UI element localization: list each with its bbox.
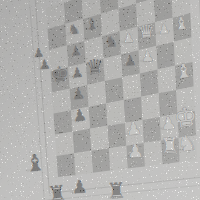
square-h6[interactable] xyxy=(91,148,110,173)
square-f5[interactable] xyxy=(106,100,125,126)
piece-white-queen-c3[interactable]: ♛ xyxy=(138,20,156,42)
piece-black-knight-b7[interactable]: ♞ xyxy=(67,20,81,37)
square-g7[interactable] xyxy=(73,129,92,154)
captured-black-rook-5[interactable]: ♜ xyxy=(106,177,127,200)
piece-black-king-d8[interactable]: ♚ xyxy=(49,62,69,87)
square-e5[interactable] xyxy=(105,77,124,103)
piece-white-pawn-h4[interactable]: ♟ xyxy=(127,140,144,162)
piece-black-pawn-e7[interactable]: ♟ xyxy=(71,85,86,104)
square-g5[interactable] xyxy=(107,123,126,148)
square-e4[interactable] xyxy=(122,73,141,100)
piece-black-pawn-f7[interactable]: ♟ xyxy=(72,105,89,126)
piece-black-queen-d6[interactable]: ♛ xyxy=(85,54,105,79)
piece-white-knight-h1[interactable]: ♞ xyxy=(176,129,198,156)
piece-black-knight-c5[interactable]: ♞ xyxy=(104,32,118,51)
square-h8[interactable] xyxy=(57,153,76,177)
chessboard-photo: ♚♛♜♝♝♞♟♟♟♟♟♟♚♛♝♞♞♟♟♟♟♟♟♟♝♜♟♜ xyxy=(0,0,200,200)
square-d2[interactable] xyxy=(156,42,175,70)
square-e3[interactable] xyxy=(140,70,159,97)
piece-white-pawn-g4[interactable]: ♟ xyxy=(125,118,143,140)
square-g8[interactable] xyxy=(55,132,74,156)
square-f8[interactable] xyxy=(54,110,73,135)
piece-white-pawn-c4[interactable]: ♟ xyxy=(123,30,136,46)
piece-white-bishop-e1[interactable]: ♝ xyxy=(174,59,193,83)
piece-black-pawn-c7[interactable]: ♟ xyxy=(70,43,83,59)
captured-black-pawn-4[interactable]: ♟ xyxy=(71,176,88,198)
square-e8[interactable] xyxy=(52,89,71,114)
square-e6[interactable] xyxy=(87,81,106,107)
square-e2[interactable] xyxy=(157,66,176,94)
captured-black-bishop-2[interactable]: ♝ xyxy=(23,148,47,178)
square-f6[interactable] xyxy=(89,104,108,129)
captured-black-rook-3[interactable]: ♜ xyxy=(46,180,68,200)
piece-white-pawn-c2[interactable]: ♟ xyxy=(158,21,170,37)
square-f3[interactable] xyxy=(141,93,160,120)
piece-black-bishop-b6[interactable]: ♝ xyxy=(84,14,99,33)
piece-white-pawn-g2[interactable]: ♟ xyxy=(160,112,177,133)
square-h5[interactable] xyxy=(109,146,128,171)
captured-black-pawn-1[interactable]: ♟ xyxy=(38,57,51,73)
piece-black-pawn-d7[interactable]: ♟ xyxy=(70,64,84,81)
piece-white-pawn-d3[interactable]: ♟ xyxy=(141,48,155,65)
piece-white-bishop-c1[interactable]: ♝ xyxy=(173,13,190,33)
piece-black-pawn-d4[interactable]: ♟ xyxy=(123,52,136,69)
chess-photo-frame: ♚♛♜♝♝♞♟♟♟♟♟♟♚♛♝♞♞♟♟♟♟♟♟♟♝♜♟♜ xyxy=(0,0,200,200)
square-d5[interactable] xyxy=(103,54,122,81)
square-g3[interactable] xyxy=(142,117,161,143)
square-g6[interactable] xyxy=(90,126,109,151)
square-h7[interactable] xyxy=(74,151,93,175)
